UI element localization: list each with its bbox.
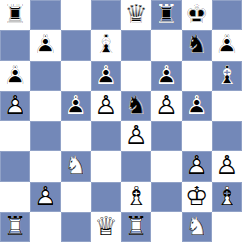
white-pawn-glyph-fill: ♟	[91, 91, 121, 121]
square-g4[interactable]	[182, 121, 212, 151]
piece-white-king[interactable]: ♚♔	[182, 182, 212, 212]
white-knight-glyph-outline: ♘	[61, 151, 91, 181]
square-c6[interactable]	[61, 61, 91, 91]
piece-white-rook[interactable]: ♜♖	[0, 212, 30, 242]
square-h3[interactable]: ♟♙	[212, 151, 242, 181]
square-a1[interactable]: ♜♖	[0, 212, 30, 242]
black-pawn-glyph-outline: ♙	[0, 61, 30, 91]
white-queen-glyph-fill: ♛	[91, 212, 121, 242]
piece-black-bishop[interactable]: ♝♗	[212, 61, 242, 91]
piece-white-pawn[interactable]: ♟♙	[91, 91, 121, 121]
black-bishop-glyph-outline: ♗	[212, 61, 242, 91]
piece-white-bishop[interactable]: ♝♗	[121, 182, 151, 212]
piece-white-bishop[interactable]: ♝♗	[212, 182, 242, 212]
square-c5[interactable]: ♟♙	[61, 91, 91, 121]
black-pawn-glyph-fill: ♟	[182, 91, 212, 121]
white-knight-glyph-fill: ♞	[182, 212, 212, 242]
black-pawn-glyph-fill: ♟	[0, 61, 30, 91]
white-bishop-glyph-fill: ♝	[212, 182, 242, 212]
white-bishop-glyph-outline: ♗	[121, 182, 151, 212]
piece-white-pawn[interactable]: ♟♙	[30, 182, 60, 212]
square-b4[interactable]	[30, 121, 60, 151]
black-bishop-glyph-fill: ♝	[91, 30, 121, 60]
black-knight-glyph-outline: ♘	[121, 91, 151, 121]
black-pawn-glyph-outline: ♙	[182, 91, 212, 121]
piece-black-pawn[interactable]: ♟♙	[61, 91, 91, 121]
black-knight-glyph-outline: ♘	[182, 30, 212, 60]
piece-white-rook[interactable]: ♜♖	[121, 212, 151, 242]
piece-white-pawn[interactable]: ♟♙	[0, 91, 30, 121]
black-pawn-glyph-fill: ♟	[212, 30, 242, 60]
piece-white-knight[interactable]: ♞♘	[182, 212, 212, 242]
white-pawn-glyph-fill: ♟	[0, 91, 30, 121]
white-pawn-glyph-outline: ♙	[91, 91, 121, 121]
black-pawn-glyph-outline: ♙	[30, 30, 60, 60]
white-pawn-glyph-outline: ♙	[212, 151, 242, 181]
square-e6[interactable]	[121, 61, 151, 91]
square-e4[interactable]: ♟♙	[121, 121, 151, 151]
square-c4[interactable]	[61, 121, 91, 151]
piece-black-pawn[interactable]: ♟♙	[0, 61, 30, 91]
square-d3[interactable]	[91, 151, 121, 181]
square-b6[interactable]	[30, 61, 60, 91]
black-queen-glyph-outline: ♕	[121, 0, 151, 30]
black-rook-glyph-outline: ♖	[0, 0, 30, 30]
chess-board: ♜♖♛♕♜♖♚♔♟♙♝♗♞♘♟♙♟♙♟♙♟♙♝♗♟♙♟♙♟♙♞♘♟♙♟♙♟♙♞♘…	[0, 0, 242, 242]
black-pawn-glyph-outline: ♙	[151, 61, 181, 91]
black-pawn-glyph-fill: ♟	[30, 30, 60, 60]
square-b8[interactable]	[30, 0, 60, 30]
white-pawn-glyph-fill: ♟	[151, 91, 181, 121]
square-d2[interactable]	[91, 182, 121, 212]
square-a2[interactable]	[0, 182, 30, 212]
square-h2[interactable]: ♝♗	[212, 182, 242, 212]
white-pawn-glyph-outline: ♙	[182, 151, 212, 181]
piece-black-pawn[interactable]: ♟♙	[182, 91, 212, 121]
white-rook-glyph-fill: ♜	[0, 212, 30, 242]
piece-white-queen[interactable]: ♛♕	[91, 212, 121, 242]
square-g3[interactable]: ♟♙	[182, 151, 212, 181]
white-bishop-glyph-outline: ♗	[212, 182, 242, 212]
white-pawn-glyph-outline: ♙	[30, 182, 60, 212]
square-f5[interactable]: ♟♙	[151, 91, 181, 121]
white-rook-glyph-outline: ♖	[121, 212, 151, 242]
square-f8[interactable]: ♜♖	[151, 0, 181, 30]
white-queen-glyph-outline: ♕	[91, 212, 121, 242]
square-h8[interactable]	[212, 0, 242, 30]
piece-black-king[interactable]: ♚♔	[182, 0, 212, 30]
white-king-glyph-outline: ♔	[182, 182, 212, 212]
piece-white-knight[interactable]: ♞♘	[61, 151, 91, 181]
black-pawn-glyph-outline: ♙	[91, 61, 121, 91]
piece-black-pawn[interactable]: ♟♙	[212, 30, 242, 60]
square-e3[interactable]	[121, 151, 151, 181]
square-e1[interactable]: ♜♖	[121, 212, 151, 242]
white-pawn-glyph-fill: ♟	[182, 151, 212, 181]
square-g2[interactable]: ♚♔	[182, 182, 212, 212]
piece-white-pawn[interactable]: ♟♙	[182, 151, 212, 181]
square-d6[interactable]: ♟♙	[91, 61, 121, 91]
black-knight-glyph-fill: ♞	[182, 30, 212, 60]
square-h1[interactable]	[212, 212, 242, 242]
square-f7[interactable]	[151, 30, 181, 60]
black-pawn-glyph-outline: ♙	[61, 91, 91, 121]
piece-black-rook[interactable]: ♜♖	[151, 0, 181, 30]
square-f2[interactable]	[151, 182, 181, 212]
piece-black-queen[interactable]: ♛♕	[121, 0, 151, 30]
white-rook-glyph-outline: ♖	[0, 212, 30, 242]
piece-white-pawn[interactable]: ♟♙	[212, 151, 242, 181]
piece-white-pawn[interactable]: ♟♙	[151, 91, 181, 121]
square-h4[interactable]	[212, 121, 242, 151]
black-king-glyph-outline: ♔	[182, 0, 212, 30]
black-pawn-glyph-fill: ♟	[61, 91, 91, 121]
piece-white-pawn[interactable]: ♟♙	[121, 121, 151, 151]
white-king-glyph-fill: ♚	[182, 182, 212, 212]
square-d4[interactable]	[91, 121, 121, 151]
square-b3[interactable]	[30, 151, 60, 181]
square-c8[interactable]	[61, 0, 91, 30]
square-d8[interactable]	[91, 0, 121, 30]
black-rook-glyph-fill: ♜	[0, 0, 30, 30]
white-pawn-glyph-fill: ♟	[30, 182, 60, 212]
square-e7[interactable]	[121, 30, 151, 60]
square-f1[interactable]	[151, 212, 181, 242]
square-g6[interactable]	[182, 61, 212, 91]
square-a5[interactable]: ♟♙	[0, 91, 30, 121]
square-c7[interactable]	[61, 30, 91, 60]
square-b5[interactable]	[30, 91, 60, 121]
square-c1[interactable]	[61, 212, 91, 242]
square-e2[interactable]: ♝♗	[121, 182, 151, 212]
piece-black-pawn[interactable]: ♟♙	[30, 30, 60, 60]
square-g5[interactable]: ♟♙	[182, 91, 212, 121]
square-b2[interactable]: ♟♙	[30, 182, 60, 212]
chess-board-container: ♜♖♛♕♜♖♚♔♟♙♝♗♞♘♟♙♟♙♟♙♟♙♝♗♟♙♟♙♟♙♞♘♟♙♟♙♟♙♞♘…	[0, 0, 242, 242]
square-e5[interactable]: ♞♘	[121, 91, 151, 121]
square-h7[interactable]: ♟♙	[212, 30, 242, 60]
white-knight-glyph-outline: ♘	[182, 212, 212, 242]
piece-black-bishop[interactable]: ♝♗	[91, 30, 121, 60]
square-f6[interactable]: ♟♙	[151, 61, 181, 91]
square-g7[interactable]: ♞♘	[182, 30, 212, 60]
black-pawn-glyph-outline: ♙	[212, 30, 242, 60]
square-h5[interactable]	[212, 91, 242, 121]
black-knight-glyph-fill: ♞	[121, 91, 151, 121]
black-king-glyph-fill: ♚	[182, 0, 212, 30]
square-f4[interactable]	[151, 121, 181, 151]
square-a7[interactable]	[0, 30, 30, 60]
square-d1[interactable]: ♛♕	[91, 212, 121, 242]
square-d5[interactable]: ♟♙	[91, 91, 121, 121]
black-rook-glyph-outline: ♖	[151, 0, 181, 30]
square-d7[interactable]: ♝♗	[91, 30, 121, 60]
white-pawn-glyph-outline: ♙	[0, 91, 30, 121]
white-pawn-glyph-outline: ♙	[151, 91, 181, 121]
square-h6[interactable]: ♝♗	[212, 61, 242, 91]
square-e8[interactable]: ♛♕	[121, 0, 151, 30]
piece-black-knight[interactable]: ♞♘	[121, 91, 151, 121]
black-queen-glyph-fill: ♛	[121, 0, 151, 30]
white-knight-glyph-fill: ♞	[61, 151, 91, 181]
square-a4[interactable]	[0, 121, 30, 151]
piece-black-knight[interactable]: ♞♘	[182, 30, 212, 60]
square-a6[interactable]: ♟♙	[0, 61, 30, 91]
white-rook-glyph-fill: ♜	[121, 212, 151, 242]
square-c3[interactable]: ♞♘	[61, 151, 91, 181]
square-a3[interactable]	[0, 151, 30, 181]
square-c2[interactable]	[61, 182, 91, 212]
white-pawn-glyph-fill: ♟	[212, 151, 242, 181]
black-bishop-glyph-outline: ♗	[91, 30, 121, 60]
black-pawn-glyph-fill: ♟	[151, 61, 181, 91]
piece-black-pawn[interactable]: ♟♙	[91, 61, 121, 91]
black-pawn-glyph-fill: ♟	[91, 61, 121, 91]
square-f3[interactable]	[151, 151, 181, 181]
square-a8[interactable]: ♜♖	[0, 0, 30, 30]
square-b7[interactable]: ♟♙	[30, 30, 60, 60]
black-rook-glyph-fill: ♜	[151, 0, 181, 30]
square-g8[interactable]: ♚♔	[182, 0, 212, 30]
square-g1[interactable]: ♞♘	[182, 212, 212, 242]
white-pawn-glyph-fill: ♟	[121, 121, 151, 151]
piece-black-rook[interactable]: ♜♖	[0, 0, 30, 30]
piece-black-pawn[interactable]: ♟♙	[151, 61, 181, 91]
black-bishop-glyph-fill: ♝	[212, 61, 242, 91]
white-bishop-glyph-fill: ♝	[121, 182, 151, 212]
square-b1[interactable]	[30, 212, 60, 242]
white-pawn-glyph-outline: ♙	[121, 121, 151, 151]
